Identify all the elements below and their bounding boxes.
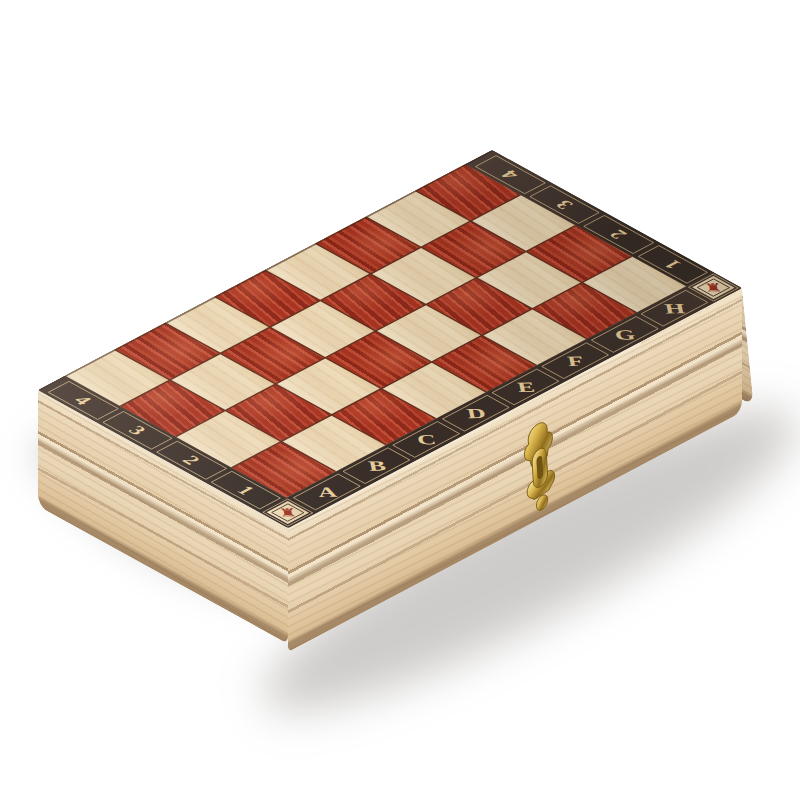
file-label-text: C <box>415 432 437 446</box>
file-label-text: H <box>663 301 686 315</box>
rank-label-right-text: 2 <box>606 228 631 241</box>
rank-label-left-text: 2 <box>179 453 204 466</box>
rook-glyph: ♜ <box>703 282 724 294</box>
rank-label-left-text: 1 <box>233 483 258 496</box>
file-label-text: B <box>366 459 386 473</box>
rook-glyph: ♜ <box>277 507 298 519</box>
file-label-text: E <box>515 380 535 394</box>
chess-box-photo: 4321 4321 ♜ABCDEFGH♜ <box>0 0 800 800</box>
brass-clasp-icon <box>521 412 559 524</box>
rank-label-right-text: 4 <box>498 168 523 181</box>
rank-label-right-text: 1 <box>660 258 685 271</box>
file-label-text: D <box>465 406 487 420</box>
file-label-text: G <box>613 327 636 341</box>
rank-label-right-text: 3 <box>552 198 577 211</box>
file-label-text: A <box>316 485 338 499</box>
file-label-text: F <box>566 354 585 368</box>
rank-label-left-text: 3 <box>125 424 150 437</box>
rank-label-left-text: 4 <box>71 394 96 407</box>
